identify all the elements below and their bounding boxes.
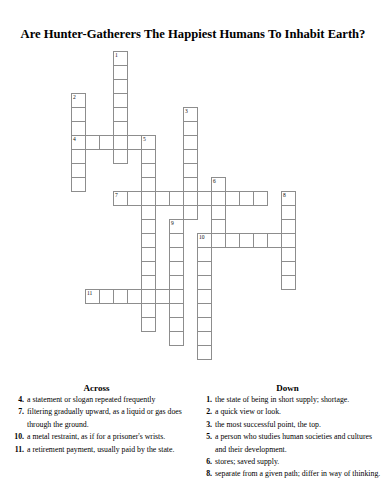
grid-cell[interactable] (239, 233, 254, 248)
grid-cell[interactable] (281, 261, 296, 276)
grid-cell[interactable] (141, 247, 156, 262)
grid-cell[interactable] (183, 163, 198, 178)
grid-cell[interactable] (197, 247, 212, 262)
grid-cell[interactable]: 9 (169, 219, 184, 234)
grid-cell[interactable]: 7 (113, 191, 128, 206)
down-clue: 3.the most successful point, the top. (194, 419, 381, 431)
clue-list-number: 7. (6, 406, 24, 418)
grid-cell[interactable] (113, 149, 128, 164)
grid-cell[interactable] (211, 205, 226, 220)
crossword-grid: 1234567891011 (71, 51, 297, 361)
grid-cell[interactable] (141, 317, 156, 332)
grid-cell[interactable] (155, 289, 170, 304)
grid-cell[interactable] (141, 177, 156, 192)
clue-list-number: 10. (6, 431, 24, 443)
grid-cell[interactable] (113, 93, 128, 108)
across-clues-section: Across 4.a statement or slogan repeated … (6, 382, 187, 456)
grid-cell[interactable]: 8 (281, 191, 296, 206)
grid-cell[interactable] (169, 233, 184, 248)
grid-cell[interactable]: 10 (197, 233, 212, 248)
grid-cell[interactable] (99, 289, 114, 304)
grid-cell[interactable]: 11 (85, 289, 100, 304)
grid-cell[interactable] (141, 275, 156, 290)
clue-text: a retirement payment, usually paid by th… (27, 445, 174, 454)
clue-text: a metal restraint, as if for a prisoner'… (27, 432, 165, 441)
grid-cell[interactable] (211, 219, 226, 234)
grid-cell[interactable] (113, 121, 128, 136)
grid-cell[interactable] (267, 233, 282, 248)
clue-list-number: 1. (194, 394, 212, 406)
grid-cell[interactable] (183, 177, 198, 192)
down-clue-list: 1.the state of being in short supply; sh… (194, 394, 381, 481)
grid-cell[interactable]: 2 (71, 93, 86, 108)
puzzle-title: Are Hunter-Gatherers The Happiest Humans… (0, 27, 386, 42)
clue-number: 11 (87, 290, 92, 296)
grid-cell[interactable] (169, 289, 184, 304)
grid-cell[interactable] (197, 261, 212, 276)
grid-cell[interactable] (281, 275, 296, 290)
clue-number: 4 (73, 136, 76, 142)
clue-number: 9 (171, 220, 174, 226)
clue-list-number: 6. (194, 456, 212, 468)
down-clue: 2.a quick view or look. (194, 406, 381, 418)
grid-cell[interactable] (197, 191, 212, 206)
down-clue: 1.the state of being in short supply; sh… (194, 394, 381, 406)
grid-cell[interactable] (141, 163, 156, 178)
down-clues-section: Down 1.the state of being in short suppl… (194, 382, 381, 481)
down-clue: 5.a person who studies human societies a… (194, 431, 381, 456)
clue-number: 6 (213, 178, 216, 184)
down-clue: 6.stores; saved supply. (194, 456, 381, 468)
clue-text: stores; saved supply. (215, 457, 279, 466)
grid-cell[interactable] (183, 149, 198, 164)
grid-cell[interactable] (169, 247, 184, 262)
clue-list-number: 5. (194, 431, 212, 443)
grid-cell[interactable] (239, 191, 254, 206)
grid-cell[interactable] (183, 121, 198, 136)
grid-cell[interactable] (169, 331, 184, 346)
grid-cell[interactable] (211, 233, 226, 248)
grid-cell[interactable] (85, 135, 100, 150)
grid-cell[interactable] (169, 261, 184, 276)
grid-cell[interactable] (113, 107, 128, 122)
grid-cell[interactable] (127, 289, 142, 304)
grid-cell[interactable] (211, 191, 226, 206)
grid-cell[interactable] (281, 219, 296, 234)
grid-cell[interactable] (183, 135, 198, 150)
clue-text: separate from a given path; differ in wa… (215, 469, 380, 478)
down-clue: 8.separate from a given path; differ in … (194, 468, 381, 480)
grid-cell[interactable] (197, 289, 212, 304)
grid-cell[interactable] (141, 191, 156, 206)
clue-text: a person who studies human societies and… (215, 432, 372, 453)
grid-cell[interactable] (197, 303, 212, 318)
grid-cell[interactable] (141, 303, 156, 318)
grid-cell[interactable] (169, 191, 184, 206)
grid-cell[interactable]: 1 (113, 51, 128, 66)
across-clue: 10.a metal restraint, as if for a prison… (6, 431, 187, 443)
clue-text: a statement or slogan repeated frequentl… (27, 395, 155, 404)
across-clue: 7.filtering gradually upward, as a liqui… (6, 406, 187, 431)
grid-cell[interactable] (71, 121, 86, 136)
grid-cell[interactable] (141, 289, 156, 304)
grid-cell[interactable] (141, 261, 156, 276)
grid-cell[interactable] (281, 233, 296, 248)
clue-number: 7 (115, 192, 118, 198)
grid-cell[interactable] (169, 303, 184, 318)
clue-number: 10 (199, 234, 205, 240)
grid-cell[interactable] (127, 135, 142, 150)
grid-cell[interactable] (113, 135, 128, 150)
across-clue: 4.a statement or slogan repeated frequen… (6, 394, 187, 406)
grid-cell[interactable]: 6 (211, 177, 226, 192)
grid-cell[interactable]: 4 (71, 135, 86, 150)
grid-cell[interactable] (127, 191, 142, 206)
grid-cell[interactable] (155, 191, 170, 206)
grid-cell[interactable] (197, 317, 212, 332)
clue-list-number: 4. (6, 394, 24, 406)
grid-cell[interactable] (197, 331, 212, 346)
grid-cell[interactable] (113, 79, 128, 94)
grid-cell[interactable] (113, 289, 128, 304)
grid-cell[interactable] (141, 219, 156, 234)
grid-cell[interactable] (281, 205, 296, 220)
clue-number: 5 (143, 136, 146, 142)
clue-text: filtering gradually upward, as a liquid … (27, 407, 182, 428)
grid-cell[interactable] (197, 345, 212, 360)
clue-list-number: 11. (6, 444, 24, 456)
grid-cell[interactable]: 3 (183, 107, 198, 122)
grid-cell[interactable] (281, 247, 296, 262)
clue-list-number: 8. (194, 468, 212, 480)
grid-cell[interactable]: 5 (141, 135, 156, 150)
grid-cell[interactable] (141, 233, 156, 248)
grid-cell[interactable] (71, 149, 86, 164)
clue-text: the most successful point, the top. (215, 420, 321, 429)
grid-cell[interactable] (225, 191, 240, 206)
clue-list-number: 3. (194, 419, 212, 431)
grid-cell[interactable] (99, 135, 114, 150)
clue-text: a quick view or look. (215, 407, 281, 416)
grid-cell[interactable] (183, 191, 198, 206)
grid-cell[interactable] (253, 191, 268, 206)
clue-number: 3 (185, 108, 188, 114)
grid-cell[interactable] (71, 107, 86, 122)
clue-number: 8 (283, 192, 286, 198)
grid-cell[interactable] (113, 65, 128, 80)
grid-cell[interactable] (169, 317, 184, 332)
grid-cell[interactable] (141, 205, 156, 220)
grid-cell[interactable] (169, 275, 184, 290)
across-clue-list: 4.a statement or slogan repeated frequen… (6, 394, 187, 456)
grid-cell[interactable] (253, 233, 268, 248)
grid-cell[interactable] (141, 149, 156, 164)
grid-cell[interactable] (183, 205, 198, 220)
across-clue: 11.a retirement payment, usually paid by… (6, 444, 187, 456)
grid-cell[interactable] (71, 177, 86, 192)
grid-cell[interactable] (225, 233, 240, 248)
grid-cell[interactable] (71, 163, 86, 178)
across-heading: Across (6, 382, 187, 394)
crossword-worksheet: Are Hunter-Gatherers The Happiest Humans… (0, 0, 386, 500)
clue-number: 1 (115, 52, 118, 58)
clue-number: 2 (73, 94, 76, 100)
grid-cell[interactable] (197, 275, 212, 290)
clue-list-number: 2. (194, 406, 212, 418)
down-heading: Down (194, 382, 381, 394)
clue-text: the state of being in short supply; shor… (215, 395, 349, 404)
